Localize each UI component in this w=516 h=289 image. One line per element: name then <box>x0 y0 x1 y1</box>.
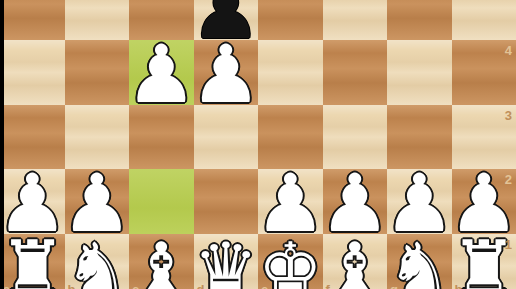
rank-label-4: 4 <box>505 44 512 57</box>
file-label-e: e <box>261 283 268 289</box>
square-d3[interactable] <box>194 105 259 170</box>
file-label-c: c <box>132 283 139 289</box>
chess-board: ♟♟♟43♟♟♟♟♟♟2♜a♞b♝c♛d♚e♝f♞g♜1h <box>0 0 516 289</box>
white-bishop[interactable]: ♝ <box>323 237 388 289</box>
square-c3[interactable] <box>129 105 194 170</box>
square-e5[interactable] <box>258 0 323 40</box>
square-g5[interactable] <box>387 0 452 40</box>
square-d2[interactable] <box>194 169 259 234</box>
square-f4[interactable] <box>323 40 388 105</box>
square-c2[interactable] <box>129 169 194 234</box>
square-a1[interactable]: ♜a <box>0 234 65 289</box>
square-g4[interactable] <box>387 40 452 105</box>
square-a4[interactable] <box>0 40 65 105</box>
square-g1[interactable]: ♞g <box>387 234 452 289</box>
rank-label-2: 2 <box>505 173 512 186</box>
square-f1[interactable]: ♝f <box>323 234 388 289</box>
square-g2[interactable]: ♟ <box>387 169 452 234</box>
square-a5[interactable] <box>0 0 65 40</box>
file-label-h: h <box>455 283 463 289</box>
square-c4[interactable]: ♟ <box>129 40 194 105</box>
square-d1[interactable]: ♛d <box>194 234 259 289</box>
square-f5[interactable] <box>323 0 388 40</box>
square-c1[interactable]: ♝c <box>129 234 194 289</box>
square-b4[interactable] <box>65 40 130 105</box>
square-b5[interactable] <box>65 0 130 40</box>
white-pawn[interactable]: ♟ <box>194 43 259 108</box>
square-h1[interactable]: ♜1h <box>452 234 516 289</box>
file-label-b: b <box>68 283 76 289</box>
rank-label-1: 1 <box>505 238 512 251</box>
board-crop-viewport: ♟♟♟43♟♟♟♟♟♟2♜a♞b♝c♛d♚e♝f♞g♜1h <box>0 0 516 289</box>
file-label-g: g <box>390 283 398 289</box>
square-e2[interactable]: ♟ <box>258 169 323 234</box>
square-d4[interactable]: ♟ <box>194 40 259 105</box>
white-pawn[interactable]: ♟ <box>129 43 194 108</box>
rank-label-3: 3 <box>505 109 512 122</box>
square-e1[interactable]: ♚e <box>258 234 323 289</box>
square-b2[interactable]: ♟ <box>65 169 130 234</box>
square-h4[interactable]: 4 <box>452 40 516 105</box>
file-label-a: a <box>3 283 10 289</box>
left-black-edge-bar <box>0 0 4 289</box>
square-b1[interactable]: ♞b <box>65 234 130 289</box>
square-f2[interactable]: ♟ <box>323 169 388 234</box>
file-label-d: d <box>197 283 205 289</box>
square-h5[interactable] <box>452 0 516 40</box>
file-label-f: f <box>326 283 330 289</box>
square-e4[interactable] <box>258 40 323 105</box>
